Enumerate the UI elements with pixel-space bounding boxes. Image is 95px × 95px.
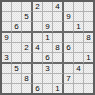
cell-digit: 4	[76, 64, 80, 73]
cell-digit: 1	[86, 53, 90, 62]
sudoku-cell-r9c5[interactable]	[43, 84, 53, 93]
sudoku-cell-r2c6[interactable]	[53, 12, 64, 22]
sudoku-cell-r5c9[interactable]	[84, 43, 93, 53]
sudoku-cell-r8c9[interactable]	[84, 74, 93, 84]
cell-digit: 5	[24, 12, 28, 21]
sudoku-cell-r2c4[interactable]	[33, 12, 43, 22]
cell-digit: 4	[35, 43, 39, 52]
sudoku-cell-r3c4[interactable]	[33, 22, 43, 33]
sudoku-cell-r1c4[interactable]: 2	[33, 2, 43, 12]
sudoku-cell-r6c1[interactable]: 3	[2, 53, 12, 64]
sudoku-cell-r6c5[interactable]: 6	[43, 53, 53, 64]
sudoku-cell-r6c7[interactable]	[64, 53, 74, 64]
sudoku-cell-r6c6[interactable]	[53, 53, 64, 64]
sudoku-cell-r7c5[interactable]: 3	[43, 64, 53, 74]
sudoku-cell-r3c2[interactable]: 6	[12, 22, 22, 33]
cell-digit: 8	[24, 74, 28, 83]
cell-digit: 9	[4, 33, 8, 42]
sudoku-cell-r1c3[interactable]	[22, 2, 33, 12]
cell-digit: 6	[66, 43, 70, 52]
sudoku-cell-r3c5[interactable]: 9	[43, 22, 53, 33]
sudoku-cell-r6c9[interactable]: 1	[84, 53, 93, 64]
sudoku-cell-r3c8[interactable]: 1	[74, 22, 84, 33]
sudoku-cell-r8c7[interactable]: 7	[64, 74, 74, 84]
sudoku-cell-r8c1[interactable]	[2, 74, 12, 84]
sudoku-cell-r8c6[interactable]	[53, 74, 64, 84]
sudoku-cell-r3c1[interactable]	[2, 22, 12, 33]
cell-digit: 1	[55, 84, 59, 93]
sudoku-cell-r2c2[interactable]	[12, 12, 22, 22]
sudoku-cell-r5c4[interactable]: 4	[33, 43, 43, 53]
sudoku-cell-r8c2[interactable]	[12, 74, 22, 84]
sudoku-cell-r4c2[interactable]	[12, 33, 22, 43]
sudoku-cell-r8c5[interactable]	[43, 74, 53, 84]
cell-digit: 3	[45, 64, 49, 73]
cell-digit: 6	[14, 22, 18, 31]
sudoku-cell-r6c4[interactable]	[33, 53, 43, 64]
sudoku-cell-r2c9[interactable]	[84, 12, 93, 22]
sudoku-cell-r6c2[interactable]	[12, 53, 22, 64]
sudoku-cell-r9c2[interactable]	[12, 84, 22, 93]
sudoku-cell-r7c9[interactable]	[84, 64, 93, 74]
cell-digit: 9	[66, 12, 70, 21]
sudoku-cell-r1c6[interactable]: 4	[53, 2, 64, 12]
sudoku-cell-r5c8[interactable]	[74, 43, 84, 53]
sudoku-cell-r5c7[interactable]: 6	[64, 43, 74, 53]
sudoku-cell-r5c5[interactable]	[43, 43, 53, 53]
sudoku-cell-r3c6[interactable]	[53, 22, 64, 33]
sudoku-cell-r1c2[interactable]	[12, 2, 22, 12]
sudoku-cell-r4c5[interactable]: 1	[43, 33, 53, 43]
sudoku-cell-r2c5[interactable]	[43, 12, 53, 22]
sudoku-cell-r2c3[interactable]: 5	[22, 12, 33, 22]
sudoku-cell-r7c1[interactable]	[2, 64, 12, 74]
sudoku-cell-r9c7[interactable]	[64, 84, 74, 93]
sudoku-cell-r3c9[interactable]	[84, 22, 93, 33]
sudoku-cell-r1c1[interactable]	[2, 2, 12, 12]
sudoku-cell-r2c1[interactable]	[2, 12, 12, 22]
cell-digit: 4	[55, 2, 59, 11]
sudoku-cell-r9c1[interactable]	[2, 84, 12, 93]
sudoku-cell-r8c8[interactable]	[74, 74, 84, 84]
cell-digit: 1	[45, 33, 49, 42]
sudoku-cell-r5c2[interactable]	[12, 43, 22, 53]
cell-digit: 5	[14, 64, 18, 73]
cell-digit: 9	[45, 22, 49, 31]
sudoku-cell-r9c3[interactable]	[22, 84, 33, 93]
cell-digit: 8	[55, 43, 59, 52]
sudoku-cell-r1c5[interactable]	[43, 2, 53, 12]
sudoku-cell-r4c7[interactable]	[64, 33, 74, 43]
sudoku-cell-r1c9[interactable]	[84, 2, 93, 12]
sudoku-cell-r6c8[interactable]	[74, 53, 84, 64]
sudoku-cell-r2c7[interactable]: 9	[64, 12, 74, 22]
sudoku-board: 245969191824863615348761	[0, 0, 95, 95]
sudoku-cell-r4c3[interactable]	[22, 33, 33, 43]
cell-digit: 8	[86, 33, 90, 42]
sudoku-cell-r1c8[interactable]	[74, 2, 84, 12]
sudoku-cell-r4c4[interactable]	[33, 33, 43, 43]
sudoku-cell-r1c7[interactable]	[64, 2, 74, 12]
cell-digit: 6	[35, 84, 39, 93]
sudoku-cell-r9c8[interactable]	[74, 84, 84, 93]
sudoku-cell-r8c4[interactable]	[33, 74, 43, 84]
sudoku-cell-r3c3[interactable]	[22, 22, 33, 33]
sudoku-cell-r7c7[interactable]	[64, 64, 74, 74]
sudoku-cell-r8c3[interactable]: 8	[22, 74, 33, 84]
sudoku-cell-r9c4[interactable]: 6	[33, 84, 43, 93]
sudoku-cell-r9c9[interactable]	[84, 84, 93, 93]
sudoku-cell-r3c7[interactable]	[64, 22, 74, 33]
sudoku-cell-r7c6[interactable]	[53, 64, 64, 74]
sudoku-cell-r6c3[interactable]	[22, 53, 33, 64]
sudoku-cell-r7c8[interactable]: 4	[74, 64, 84, 74]
cell-digit: 7	[66, 74, 70, 83]
cell-digit: 2	[24, 43, 28, 52]
sudoku-cell-r9c6[interactable]: 1	[53, 84, 64, 93]
cell-digit: 1	[76, 22, 80, 31]
sudoku-cell-r5c6[interactable]: 8	[53, 43, 64, 53]
sudoku-cell-r4c8[interactable]	[74, 33, 84, 43]
sudoku-cell-r7c4[interactable]	[33, 64, 43, 74]
cell-digit: 2	[35, 2, 39, 11]
cell-digit: 6	[45, 53, 49, 62]
sudoku-cell-r7c3[interactable]	[22, 64, 33, 74]
sudoku-cell-r4c1[interactable]: 9	[2, 33, 12, 43]
sudoku-cell-r7c2[interactable]: 5	[12, 64, 22, 74]
sudoku-cell-r2c8[interactable]	[74, 12, 84, 22]
sudoku-cell-r5c1[interactable]	[2, 43, 12, 53]
sudoku-cell-r4c6[interactable]	[53, 33, 64, 43]
cell-digit: 3	[4, 53, 8, 62]
sudoku-cell-r4c9[interactable]: 8	[84, 33, 93, 43]
sudoku-cell-r5c3[interactable]: 2	[22, 43, 33, 53]
